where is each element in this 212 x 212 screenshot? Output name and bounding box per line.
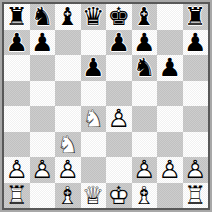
square-a5[interactable] xyxy=(4,81,30,107)
square-b6[interactable] xyxy=(30,55,56,81)
square-g6[interactable]: ♟ xyxy=(157,55,183,81)
square-b5[interactable] xyxy=(30,81,56,107)
square-c2[interactable]: ♟♙ xyxy=(55,157,81,183)
square-b4[interactable] xyxy=(30,106,56,132)
square-g7[interactable] xyxy=(157,30,183,56)
piece-black-pawn[interactable]: ♟ xyxy=(183,30,209,56)
square-f7[interactable]: ♟ xyxy=(132,30,158,56)
piece-black-knight[interactable]: ♞ xyxy=(30,4,56,30)
square-h8[interactable]: ♜ xyxy=(183,4,209,30)
piece-white-pawn-fill: ♟ xyxy=(183,157,209,183)
piece-black-queen[interactable]: ♛ xyxy=(81,4,107,30)
square-g1[interactable] xyxy=(157,183,183,209)
piece-white-queen-fill: ♛ xyxy=(81,183,107,209)
square-e5[interactable] xyxy=(106,81,132,107)
piece-white-pawn[interactable]: ♙ xyxy=(4,157,30,183)
square-d3[interactable] xyxy=(81,132,107,158)
square-a8[interactable]: ♜ xyxy=(4,4,30,30)
piece-white-pawn[interactable]: ♙ xyxy=(183,157,209,183)
square-b2[interactable]: ♟♙ xyxy=(30,157,56,183)
square-e6[interactable] xyxy=(106,55,132,81)
square-b1[interactable] xyxy=(30,183,56,209)
square-a7[interactable]: ♟ xyxy=(4,30,30,56)
square-c5[interactable] xyxy=(55,81,81,107)
piece-white-pawn[interactable]: ♙ xyxy=(132,157,158,183)
square-d4[interactable]: ♞♘ xyxy=(81,106,107,132)
piece-black-rook[interactable]: ♜ xyxy=(4,4,30,30)
piece-white-knight[interactable]: ♘ xyxy=(55,132,81,158)
piece-black-bishop[interactable]: ♝ xyxy=(55,4,81,30)
piece-black-pawn[interactable]: ♟ xyxy=(4,30,30,56)
square-a2[interactable]: ♟♙ xyxy=(4,157,30,183)
square-c6[interactable] xyxy=(55,55,81,81)
square-e8[interactable]: ♚ xyxy=(106,4,132,30)
square-f8[interactable]: ♝ xyxy=(132,4,158,30)
piece-black-pawn[interactable]: ♟ xyxy=(132,30,158,56)
piece-black-pawn[interactable]: ♟ xyxy=(81,55,107,81)
square-f4[interactable] xyxy=(132,106,158,132)
square-g3[interactable] xyxy=(157,132,183,158)
square-d5[interactable] xyxy=(81,81,107,107)
piece-black-rook[interactable]: ♜ xyxy=(183,4,209,30)
piece-black-pawn[interactable]: ♟ xyxy=(106,30,132,56)
square-h6[interactable] xyxy=(183,55,209,81)
piece-white-pawn[interactable]: ♙ xyxy=(55,157,81,183)
piece-white-pawn-fill: ♟ xyxy=(106,106,132,132)
piece-white-knight-fill: ♞ xyxy=(55,132,81,158)
square-c3[interactable]: ♞♘ xyxy=(55,132,81,158)
chess-board-frame: ♜♞♝♛♚♝♜♟♟♟♟♟♟♞♟♞♘♟♙♞♘♟♙♟♙♟♙♟♙♟♙♟♙♜♖♝♗♛♕♚… xyxy=(0,0,212,212)
square-h2[interactable]: ♟♙ xyxy=(183,157,209,183)
piece-white-knight[interactable]: ♘ xyxy=(81,106,107,132)
square-c4[interactable] xyxy=(55,106,81,132)
piece-white-pawn-fill: ♟ xyxy=(132,157,158,183)
piece-white-rook-fill: ♜ xyxy=(183,183,209,209)
square-e2[interactable] xyxy=(106,157,132,183)
square-b7[interactable]: ♟ xyxy=(30,30,56,56)
square-g2[interactable]: ♟♙ xyxy=(157,157,183,183)
piece-white-pawn[interactable]: ♙ xyxy=(157,157,183,183)
chess-board: ♜♞♝♛♚♝♜♟♟♟♟♟♟♞♟♞♘♟♙♞♘♟♙♟♙♟♙♟♙♟♙♟♙♜♖♝♗♛♕♚… xyxy=(4,4,208,208)
piece-white-pawn[interactable]: ♙ xyxy=(106,106,132,132)
piece-white-rook-fill: ♜ xyxy=(4,183,30,209)
square-c1[interactable]: ♝♗ xyxy=(55,183,81,209)
square-e7[interactable]: ♟ xyxy=(106,30,132,56)
piece-white-rook[interactable]: ♖ xyxy=(4,183,30,209)
square-h4[interactable] xyxy=(183,106,209,132)
piece-white-bishop-fill: ♝ xyxy=(132,183,158,209)
square-e3[interactable] xyxy=(106,132,132,158)
square-d7[interactable] xyxy=(81,30,107,56)
square-e4[interactable]: ♟♙ xyxy=(106,106,132,132)
square-a6[interactable] xyxy=(4,55,30,81)
piece-black-bishop[interactable]: ♝ xyxy=(132,4,158,30)
piece-black-pawn[interactable]: ♟ xyxy=(157,55,183,81)
square-d1[interactable]: ♛♕ xyxy=(81,183,107,209)
square-h5[interactable] xyxy=(183,81,209,107)
square-a3[interactable] xyxy=(4,132,30,158)
square-c8[interactable]: ♝ xyxy=(55,4,81,30)
square-b3[interactable] xyxy=(30,132,56,158)
piece-white-pawn-fill: ♟ xyxy=(4,157,30,183)
square-c7[interactable] xyxy=(55,30,81,56)
piece-white-bishop[interactable]: ♗ xyxy=(55,183,81,209)
square-d8[interactable]: ♛ xyxy=(81,4,107,30)
square-g4[interactable] xyxy=(157,106,183,132)
piece-black-knight[interactable]: ♞ xyxy=(132,55,158,81)
square-f3[interactable] xyxy=(132,132,158,158)
piece-black-pawn[interactable]: ♟ xyxy=(30,30,56,56)
piece-black-king[interactable]: ♚ xyxy=(106,4,132,30)
piece-white-pawn-fill: ♟ xyxy=(30,157,56,183)
piece-white-bishop[interactable]: ♗ xyxy=(132,183,158,209)
square-d2[interactable] xyxy=(81,157,107,183)
square-a4[interactable] xyxy=(4,106,30,132)
square-e1[interactable]: ♚♔ xyxy=(106,183,132,209)
piece-white-king[interactable]: ♔ xyxy=(106,183,132,209)
square-a1[interactable]: ♜♖ xyxy=(4,183,30,209)
square-h1[interactable]: ♜♖ xyxy=(183,183,209,209)
piece-white-queen[interactable]: ♕ xyxy=(81,183,107,209)
square-g5[interactable] xyxy=(157,81,183,107)
piece-white-bishop-fill: ♝ xyxy=(55,183,81,209)
piece-white-pawn-fill: ♟ xyxy=(157,157,183,183)
square-d6[interactable]: ♟ xyxy=(81,55,107,81)
square-g8[interactable] xyxy=(157,4,183,30)
square-f5[interactable] xyxy=(132,81,158,107)
piece-white-rook[interactable]: ♖ xyxy=(183,183,209,209)
piece-white-pawn[interactable]: ♙ xyxy=(30,157,56,183)
square-h3[interactable] xyxy=(183,132,209,158)
piece-white-king-fill: ♚ xyxy=(106,183,132,209)
square-h7[interactable]: ♟ xyxy=(183,30,209,56)
square-b8[interactable]: ♞ xyxy=(30,4,56,30)
square-f6[interactable]: ♞ xyxy=(132,55,158,81)
square-f1[interactable]: ♝♗ xyxy=(132,183,158,209)
piece-white-pawn-fill: ♟ xyxy=(55,157,81,183)
square-f2[interactable]: ♟♙ xyxy=(132,157,158,183)
piece-white-knight-fill: ♞ xyxy=(81,106,107,132)
